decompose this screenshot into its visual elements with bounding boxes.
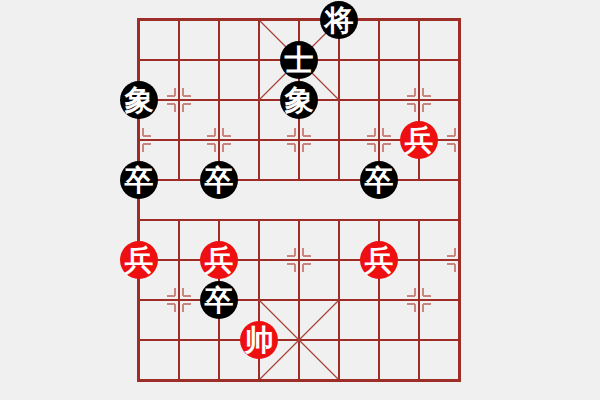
- black-soldier[interactable]: 卒: [200, 281, 238, 319]
- red-soldier[interactable]: 兵: [120, 241, 158, 279]
- black-soldier[interactable]: 卒: [360, 161, 398, 199]
- red-general[interactable]: 帅: [240, 321, 278, 359]
- red-soldier[interactable]: 兵: [400, 121, 438, 159]
- pieces-grid: 将士象象卒卒卒卒兵兵兵兵帅: [119, 0, 479, 400]
- black-advisor[interactable]: 士: [280, 41, 318, 79]
- black-elephant[interactable]: 象: [280, 81, 318, 119]
- black-soldier[interactable]: 卒: [120, 161, 158, 199]
- red-soldier[interactable]: 兵: [200, 241, 238, 279]
- red-soldier[interactable]: 兵: [360, 241, 398, 279]
- black-elephant[interactable]: 象: [120, 81, 158, 119]
- black-general[interactable]: 将: [320, 1, 358, 39]
- xiangqi-board-area: 将士象象卒卒卒卒兵兵兵兵帅: [0, 0, 600, 400]
- black-soldier[interactable]: 卒: [200, 161, 238, 199]
